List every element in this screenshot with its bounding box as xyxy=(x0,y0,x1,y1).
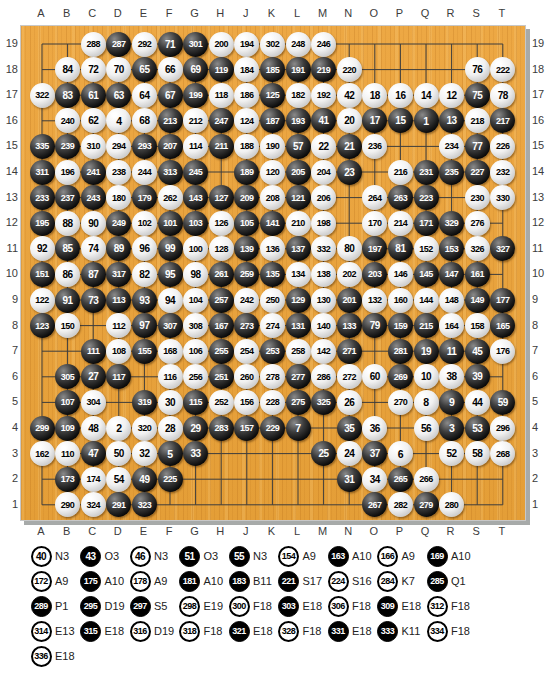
footer-stone-51: 51 xyxy=(179,546,200,567)
footer-stone-297: 297 xyxy=(130,596,151,617)
stone-G7: 106 xyxy=(183,339,208,364)
stone-H5: 252 xyxy=(209,390,234,415)
stone-C4: 48 xyxy=(81,416,106,441)
footer-stone-169: 169 xyxy=(427,546,448,567)
stone-L19: 248 xyxy=(286,32,311,57)
col-label-top-P: P xyxy=(388,6,410,20)
stone-E18: 65 xyxy=(132,57,157,82)
stone-N7: 271 xyxy=(337,339,362,364)
footer-stone-318: 318 xyxy=(179,621,200,642)
stone-A10: 151 xyxy=(30,262,55,287)
row-label-left-13: 13 xyxy=(0,190,18,204)
stone-R4: 3 xyxy=(439,416,464,441)
stone-C14: 241 xyxy=(81,160,106,185)
stone-F12: 101 xyxy=(158,211,183,236)
stone-H17: 118 xyxy=(209,83,234,108)
col-label-top-B: B xyxy=(56,6,78,20)
footer-stone-285: 285 xyxy=(427,571,448,592)
stone-A8: 123 xyxy=(30,313,55,338)
footer-stone-46: 46 xyxy=(130,546,151,567)
row-label-right-18: 18 xyxy=(532,62,550,76)
stone-Q1: 279 xyxy=(414,492,439,517)
row-label-left-3: 3 xyxy=(0,446,18,460)
footer-position-289: P1 xyxy=(55,599,68,613)
stone-R7: 11 xyxy=(439,339,464,364)
row-label-left-12: 12 xyxy=(0,215,18,229)
col-label-bottom-G: G xyxy=(184,524,206,538)
row-label-left-2: 2 xyxy=(0,471,18,485)
stone-H10: 261 xyxy=(209,262,234,287)
stone-H6: 251 xyxy=(209,364,234,389)
stone-F2: 225 xyxy=(158,467,183,492)
stone-H4: 283 xyxy=(209,416,234,441)
stone-S15: 77 xyxy=(465,134,490,159)
stone-F11: 99 xyxy=(158,236,183,261)
row-label-right-17: 17 xyxy=(532,87,550,101)
footer-position-336: E18 xyxy=(55,649,75,663)
stone-F19: 71 xyxy=(158,32,183,57)
stone-E4: 320 xyxy=(132,416,157,441)
col-label-top-N: N xyxy=(337,6,359,20)
stone-F4: 28 xyxy=(158,416,183,441)
stone-K4: 229 xyxy=(260,416,285,441)
col-label-bottom-F: F xyxy=(158,524,180,538)
go-board: 2882872927130120019430224824684727065666… xyxy=(20,25,526,521)
stone-Q17: 14 xyxy=(414,83,439,108)
row-label-left-8: 8 xyxy=(0,318,18,332)
stone-G15: 114 xyxy=(183,134,208,159)
stone-B5: 107 xyxy=(55,390,80,415)
stone-Q10: 145 xyxy=(414,262,439,287)
col-label-bottom-K: K xyxy=(260,524,282,538)
footer-stone-316: 316 xyxy=(130,621,151,642)
stone-R15: 234 xyxy=(439,134,464,159)
stone-E2: 49 xyxy=(132,467,157,492)
stone-Q8: 215 xyxy=(414,313,439,338)
row-label-right-5: 5 xyxy=(532,394,550,408)
footer-position-331: E18 xyxy=(352,624,372,638)
row-label-right-13: 13 xyxy=(532,190,550,204)
footer-position-316: D19 xyxy=(154,624,174,638)
stone-S6: 39 xyxy=(465,364,490,389)
col-label-bottom-O: O xyxy=(363,524,385,538)
row-label-right-2: 2 xyxy=(532,471,550,485)
footer-stone-224: 224 xyxy=(328,571,349,592)
footer-position-183: B11 xyxy=(253,574,272,588)
footer-position-181: A10 xyxy=(204,574,224,588)
stone-C17: 61 xyxy=(81,83,106,108)
stone-F13: 262 xyxy=(158,185,183,210)
stone-O2: 34 xyxy=(362,467,387,492)
stone-S17: 75 xyxy=(465,83,490,108)
stone-N17: 42 xyxy=(337,83,362,108)
stone-Q2: 266 xyxy=(414,467,439,492)
stone-P7: 281 xyxy=(388,339,413,364)
stone-S12: 276 xyxy=(465,211,490,236)
stone-B15: 239 xyxy=(55,134,80,159)
stone-K8: 274 xyxy=(260,313,285,338)
stone-A4: 299 xyxy=(30,416,55,441)
stone-E9: 93 xyxy=(132,288,157,313)
stone-T17: 78 xyxy=(490,83,515,108)
stone-K14: 120 xyxy=(260,160,285,185)
stone-S14: 227 xyxy=(465,160,490,185)
row-label-right-14: 14 xyxy=(532,164,550,178)
stone-T7: 176 xyxy=(490,339,515,364)
stone-M14: 204 xyxy=(311,160,336,185)
stone-C10: 87 xyxy=(81,262,106,287)
stone-G14: 245 xyxy=(183,160,208,185)
col-label-bottom-B: B xyxy=(56,524,78,538)
stone-J4: 157 xyxy=(234,416,259,441)
stone-J19: 194 xyxy=(234,32,259,57)
footer-stone-333: 333 xyxy=(377,621,398,642)
footer-stone-183: 183 xyxy=(229,571,250,592)
footer-stone-336: 336 xyxy=(31,646,52,667)
col-label-top-S: S xyxy=(465,6,487,20)
stone-A11: 92 xyxy=(30,236,55,261)
stone-F6: 116 xyxy=(158,364,183,389)
stone-H7: 255 xyxy=(209,339,234,364)
stone-S9: 149 xyxy=(465,288,490,313)
footer-stone-321: 321 xyxy=(229,621,250,642)
stone-D9: 113 xyxy=(106,288,131,313)
stone-N11: 80 xyxy=(337,236,362,261)
stone-R17: 12 xyxy=(439,83,464,108)
row-label-left-18: 18 xyxy=(0,62,18,76)
col-label-top-J: J xyxy=(235,6,257,20)
stone-E10: 82 xyxy=(132,262,157,287)
stone-F14: 313 xyxy=(158,160,183,185)
footer-position-43: O3 xyxy=(105,549,120,563)
stone-B10: 86 xyxy=(55,262,80,287)
stone-R14: 235 xyxy=(439,160,464,185)
stone-C3: 47 xyxy=(81,441,106,466)
footer-position-169: A10 xyxy=(451,549,471,563)
stone-Q13: 223 xyxy=(414,185,439,210)
stone-R10: 147 xyxy=(439,262,464,287)
stone-C19: 288 xyxy=(81,32,106,57)
col-label-bottom-H: H xyxy=(209,524,231,538)
stone-E12: 102 xyxy=(132,211,157,236)
row-label-right-3: 3 xyxy=(532,446,550,460)
stone-L13: 121 xyxy=(286,185,311,210)
stone-D7: 108 xyxy=(106,339,131,364)
stone-N2: 31 xyxy=(337,467,362,492)
col-label-bottom-A: A xyxy=(30,524,52,538)
stone-K10: 135 xyxy=(260,262,285,287)
footer-stone-221: 221 xyxy=(278,571,299,592)
stone-H12: 126 xyxy=(209,211,234,236)
footer-stone-175: 175 xyxy=(80,571,101,592)
stone-K15: 190 xyxy=(260,134,285,159)
row-label-right-15: 15 xyxy=(532,138,550,152)
stone-N4: 35 xyxy=(337,416,362,441)
stone-G12: 103 xyxy=(183,211,208,236)
stone-N8: 133 xyxy=(337,313,362,338)
stone-F18: 66 xyxy=(158,57,183,82)
stone-H19: 200 xyxy=(209,32,234,57)
stone-M9: 130 xyxy=(311,288,336,313)
row-label-left-17: 17 xyxy=(0,87,18,101)
col-label-top-D: D xyxy=(107,6,129,20)
col-label-top-C: C xyxy=(81,6,103,20)
stone-E8: 97 xyxy=(132,313,157,338)
stone-N9: 201 xyxy=(337,288,362,313)
footer-stone-43: 43 xyxy=(80,546,101,567)
stone-N3: 24 xyxy=(337,441,362,466)
footer-stone-163: 163 xyxy=(328,546,349,567)
stone-L11: 137 xyxy=(286,236,311,261)
stone-P2: 265 xyxy=(388,467,413,492)
stone-B9: 91 xyxy=(55,288,80,313)
footer-stone-289: 289 xyxy=(31,596,52,617)
footer-position-166: A9 xyxy=(402,549,415,563)
stone-A13: 233 xyxy=(30,185,55,210)
stone-N15: 21 xyxy=(337,134,362,159)
footer-position-297: S5 xyxy=(154,599,167,613)
stone-M5: 325 xyxy=(311,390,336,415)
footer-stone-181: 181 xyxy=(179,571,200,592)
stone-L9: 129 xyxy=(286,288,311,313)
stone-P3: 6 xyxy=(388,441,413,466)
row-label-right-1: 1 xyxy=(532,497,550,511)
stone-L12: 210 xyxy=(286,211,311,236)
col-label-bottom-L: L xyxy=(286,524,308,538)
footer-stone-312: 312 xyxy=(427,596,448,617)
stone-K18: 185 xyxy=(260,57,285,82)
stone-G10: 98 xyxy=(183,262,208,287)
footer-position-321: E18 xyxy=(253,624,273,638)
stone-F16: 213 xyxy=(158,108,183,133)
footer-position-154: A9 xyxy=(303,549,316,563)
stone-N16: 20 xyxy=(337,108,362,133)
footer-position-300: F18 xyxy=(253,599,272,613)
stone-P13: 263 xyxy=(388,185,413,210)
stone-H16: 247 xyxy=(209,108,234,133)
stone-R9: 148 xyxy=(439,288,464,313)
stone-E15: 293 xyxy=(132,134,157,159)
stone-S8: 158 xyxy=(465,313,490,338)
footer-position-298: E19 xyxy=(204,599,224,613)
stone-C18: 72 xyxy=(81,57,106,82)
row-label-right-11: 11 xyxy=(532,241,550,255)
stone-L6: 277 xyxy=(286,364,311,389)
stone-P17: 16 xyxy=(388,83,413,108)
footer-stone-172: 172 xyxy=(31,571,52,592)
col-label-top-G: G xyxy=(184,6,206,20)
stone-Q14: 231 xyxy=(414,160,439,185)
stone-Q9: 144 xyxy=(414,288,439,313)
row-label-left-4: 4 xyxy=(0,420,18,434)
stone-N14: 23 xyxy=(337,160,362,185)
row-label-left-10: 10 xyxy=(0,266,18,280)
col-label-top-R: R xyxy=(440,6,462,20)
footer-position-178: A9 xyxy=(154,574,167,588)
row-label-right-16: 16 xyxy=(532,113,550,127)
stone-A9: 122 xyxy=(30,288,55,313)
stone-H13: 127 xyxy=(209,185,234,210)
stone-P9: 160 xyxy=(388,288,413,313)
stone-Q7: 19 xyxy=(414,339,439,364)
stone-A3: 162 xyxy=(30,441,55,466)
col-label-bottom-M: M xyxy=(312,524,334,538)
stone-C6: 27 xyxy=(81,364,106,389)
row-label-left-1: 1 xyxy=(0,497,18,511)
stone-K19: 302 xyxy=(260,32,285,57)
footer-position-295: D19 xyxy=(105,599,125,613)
stone-S5: 44 xyxy=(465,390,490,415)
stone-S11: 326 xyxy=(465,236,490,261)
stone-L17: 182 xyxy=(286,83,311,108)
stone-T4: 296 xyxy=(490,416,515,441)
stone-P8: 159 xyxy=(388,313,413,338)
stone-P14: 216 xyxy=(388,160,413,185)
stone-C15: 310 xyxy=(81,134,106,159)
stone-J7: 254 xyxy=(234,339,259,364)
stone-A17: 322 xyxy=(30,83,55,108)
footer-position-284: K7 xyxy=(402,574,415,588)
footer-stone-314: 314 xyxy=(31,621,52,642)
stone-M10: 138 xyxy=(311,262,336,287)
footer-position-334: F18 xyxy=(451,624,470,638)
col-label-bottom-E: E xyxy=(132,524,154,538)
stone-S13: 230 xyxy=(465,185,490,210)
footer-position-224: S16 xyxy=(352,574,372,588)
stone-H11: 128 xyxy=(209,236,234,261)
stone-J12: 105 xyxy=(234,211,259,236)
stone-L4: 7 xyxy=(286,416,311,441)
stone-Q5: 8 xyxy=(414,390,439,415)
stone-J17: 186 xyxy=(234,83,259,108)
footer-position-55: N3 xyxy=(253,549,267,563)
footer-stone-300: 300 xyxy=(229,596,250,617)
stone-E5: 319 xyxy=(132,390,157,415)
stone-H9: 257 xyxy=(209,288,234,313)
stone-C9: 73 xyxy=(81,288,106,313)
stone-F10: 95 xyxy=(158,262,183,287)
stone-G5: 115 xyxy=(183,390,208,415)
col-label-top-M: M xyxy=(312,6,334,20)
footer-position-309: E18 xyxy=(402,599,422,613)
row-label-right-7: 7 xyxy=(532,343,550,357)
stone-S10: 161 xyxy=(465,262,490,287)
stone-K17: 125 xyxy=(260,83,285,108)
col-label-top-H: H xyxy=(209,6,231,20)
col-label-top-Q: Q xyxy=(414,6,436,20)
footer-position-172: A9 xyxy=(55,574,68,588)
stone-L10: 134 xyxy=(286,262,311,287)
stone-D4: 2 xyxy=(106,416,131,441)
stone-E3: 32 xyxy=(132,441,157,466)
stone-S16: 218 xyxy=(465,108,490,133)
col-label-bottom-N: N xyxy=(337,524,359,538)
row-label-right-9: 9 xyxy=(532,292,550,306)
footer-stone-295: 295 xyxy=(80,596,101,617)
stone-O9: 132 xyxy=(362,288,387,313)
footer-position-221: S17 xyxy=(303,574,323,588)
stone-F17: 67 xyxy=(158,83,183,108)
stone-D12: 249 xyxy=(106,211,131,236)
stone-B14: 196 xyxy=(55,160,80,185)
stone-T9: 177 xyxy=(490,288,515,313)
col-label-bottom-Q: Q xyxy=(414,524,436,538)
col-label-top-F: F xyxy=(158,6,180,20)
col-label-top-E: E xyxy=(132,6,154,20)
stone-J14: 189 xyxy=(234,160,259,185)
footer-position-328: F18 xyxy=(303,624,322,638)
stone-J9: 242 xyxy=(234,288,259,313)
col-label-bottom-P: P xyxy=(388,524,410,538)
stone-D19: 287 xyxy=(106,32,131,57)
footer-position-285: Q1 xyxy=(451,574,466,588)
stone-C16: 62 xyxy=(81,108,106,133)
col-label-top-A: A xyxy=(30,6,52,20)
footer-position-175: A10 xyxy=(105,574,125,588)
stone-D2: 54 xyxy=(106,467,131,492)
stone-D17: 63 xyxy=(106,83,131,108)
stone-G9: 104 xyxy=(183,288,208,313)
stone-N18: 220 xyxy=(337,57,362,82)
row-label-right-12: 12 xyxy=(532,215,550,229)
row-label-left-19: 19 xyxy=(0,36,18,50)
row-label-left-5: 5 xyxy=(0,394,18,408)
stone-B17: 83 xyxy=(55,83,80,108)
stone-D14: 238 xyxy=(106,160,131,185)
stone-C1: 324 xyxy=(81,492,106,517)
footer-stone-178: 178 xyxy=(130,571,151,592)
row-label-right-8: 8 xyxy=(532,318,550,332)
stone-L18: 191 xyxy=(286,57,311,82)
footer-position-312: F18 xyxy=(451,599,470,613)
stone-L8: 131 xyxy=(286,313,311,338)
footer-stone-55: 55 xyxy=(229,546,250,567)
stone-N5: 26 xyxy=(337,390,362,415)
stone-E14: 244 xyxy=(132,160,157,185)
footer-stone-331: 331 xyxy=(328,621,349,642)
footer-position-318: F18 xyxy=(204,624,223,638)
stone-B12: 88 xyxy=(55,211,80,236)
stone-K5: 228 xyxy=(260,390,285,415)
footer-position-315: E18 xyxy=(105,624,125,638)
stone-S3: 58 xyxy=(465,441,490,466)
col-label-top-L: L xyxy=(286,6,308,20)
col-label-top-K: K xyxy=(260,6,282,20)
stone-L14: 205 xyxy=(286,160,311,185)
stone-H15: 211 xyxy=(209,134,234,159)
stone-S18: 76 xyxy=(465,57,490,82)
stone-P12: 214 xyxy=(388,211,413,236)
stone-G4: 29 xyxy=(183,416,208,441)
footer-position-163: A10 xyxy=(352,549,372,563)
row-label-right-10: 10 xyxy=(532,266,550,280)
stone-E17: 64 xyxy=(132,83,157,108)
row-label-left-7: 7 xyxy=(0,343,18,357)
stone-E13: 179 xyxy=(132,185,157,210)
stone-G19: 301 xyxy=(183,32,208,57)
row-label-left-14: 14 xyxy=(0,164,18,178)
stone-F15: 207 xyxy=(158,134,183,159)
stone-P5: 270 xyxy=(388,390,413,415)
stone-C5: 304 xyxy=(81,390,106,415)
stone-M7: 142 xyxy=(311,339,336,364)
stone-Q6: 10 xyxy=(414,364,439,389)
stone-E19: 292 xyxy=(132,32,157,57)
col-label-bottom-C: C xyxy=(81,524,103,538)
row-label-left-9: 9 xyxy=(0,292,18,306)
stone-F5: 30 xyxy=(158,390,183,415)
row-label-left-15: 15 xyxy=(0,138,18,152)
